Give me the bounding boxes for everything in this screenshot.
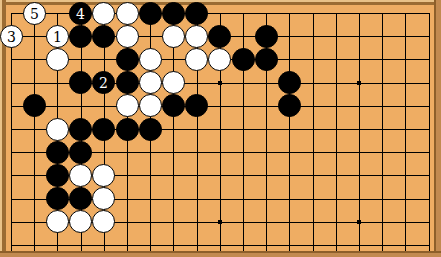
stone-black-move-4: 4 bbox=[69, 2, 92, 25]
stone-white bbox=[92, 210, 115, 233]
star-point bbox=[357, 81, 361, 85]
stone-black bbox=[185, 94, 208, 117]
stone-white bbox=[92, 164, 115, 187]
stone-white bbox=[139, 94, 162, 117]
grid-line-vertical bbox=[173, 13, 174, 251]
stone-black bbox=[232, 48, 255, 71]
stone-black bbox=[92, 25, 115, 48]
stone-black bbox=[69, 118, 92, 141]
stone-white bbox=[162, 25, 185, 48]
grid-line-vertical bbox=[429, 13, 430, 251]
board-frame-right bbox=[434, 0, 441, 257]
star-point bbox=[218, 81, 222, 85]
stone-white bbox=[69, 210, 92, 233]
stone-white bbox=[116, 25, 139, 48]
board-frame-top bbox=[0, 0, 441, 5]
stone-black bbox=[139, 118, 162, 141]
grid-line-vertical bbox=[11, 13, 12, 251]
grid-line-vertical bbox=[289, 13, 290, 251]
star-point bbox=[357, 220, 361, 224]
stone-white-move-1: 1 bbox=[46, 25, 69, 48]
stone-black bbox=[162, 2, 185, 25]
stone-black-move-2: 2 bbox=[92, 71, 115, 94]
stone-black bbox=[69, 187, 92, 210]
stone-black bbox=[255, 48, 278, 71]
stone-white-move-5: 5 bbox=[23, 2, 46, 25]
star-point bbox=[218, 220, 222, 224]
stone-black bbox=[69, 141, 92, 164]
stone-white bbox=[208, 48, 231, 71]
grid-line-vertical bbox=[382, 13, 383, 251]
grid-line-horizontal bbox=[11, 245, 429, 246]
stone-black bbox=[139, 2, 162, 25]
go-board-diagram: 54312 bbox=[0, 0, 441, 257]
grid-line-vertical bbox=[359, 13, 360, 251]
stone-black bbox=[92, 118, 115, 141]
stone-black bbox=[278, 94, 301, 117]
stone-black bbox=[69, 71, 92, 94]
board-frame-bottom bbox=[0, 251, 441, 257]
stone-white bbox=[116, 94, 139, 117]
stone-black bbox=[185, 2, 208, 25]
stone-white bbox=[69, 164, 92, 187]
stone-white bbox=[185, 25, 208, 48]
grid-line-vertical bbox=[336, 13, 337, 251]
stone-white bbox=[46, 48, 69, 71]
stone-white bbox=[116, 2, 139, 25]
stone-white bbox=[162, 71, 185, 94]
stone-black bbox=[46, 141, 69, 164]
stone-black bbox=[116, 118, 139, 141]
stone-black bbox=[278, 71, 301, 94]
stone-black bbox=[208, 25, 231, 48]
stone-white-move-3: 3 bbox=[0, 25, 23, 48]
stone-white bbox=[46, 118, 69, 141]
grid-line-vertical bbox=[34, 13, 35, 251]
stone-black bbox=[23, 94, 46, 117]
stone-white bbox=[46, 210, 69, 233]
stone-black bbox=[116, 71, 139, 94]
stone-white bbox=[139, 71, 162, 94]
stone-black bbox=[46, 187, 69, 210]
stone-black bbox=[69, 25, 92, 48]
stone-white bbox=[139, 48, 162, 71]
grid-line-horizontal bbox=[11, 106, 429, 107]
stone-black bbox=[255, 25, 278, 48]
stone-white bbox=[185, 48, 208, 71]
grid-line-vertical bbox=[313, 13, 314, 251]
stone-black bbox=[46, 164, 69, 187]
stone-black bbox=[162, 94, 185, 117]
stone-white bbox=[92, 2, 115, 25]
grid-line-vertical bbox=[405, 13, 406, 251]
stone-white bbox=[92, 187, 115, 210]
stone-black bbox=[116, 48, 139, 71]
